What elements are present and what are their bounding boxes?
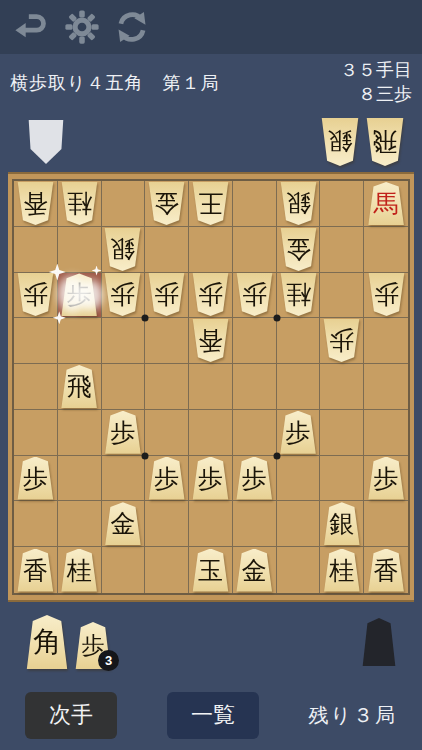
board-cell-95[interactable]: [14, 364, 58, 410]
gote-hand-piece-銀[interactable]: 銀: [321, 118, 359, 166]
board-cell-65[interactable]: [145, 364, 189, 410]
piece-sente-香: 香: [368, 549, 405, 592]
board-cell-69[interactable]: [145, 547, 189, 593]
board-cell-47[interactable]: 歩: [233, 456, 277, 502]
board-cell-33[interactable]: 桂: [277, 273, 321, 319]
board-cell-43[interactable]: 歩: [233, 273, 277, 319]
piece-sente-歩: 歩: [236, 457, 273, 500]
board-cell-94[interactable]: [14, 318, 58, 364]
move-list-button[interactable]: 一覧: [167, 692, 259, 739]
sente-hand-tray: 角歩3: [26, 615, 111, 669]
board-cell-36[interactable]: 歩: [277, 410, 321, 456]
board-cell-32[interactable]: 金: [277, 227, 321, 273]
piece-gote-金: 金: [280, 228, 317, 271]
board-cell-24[interactable]: 歩: [320, 318, 364, 364]
board-cell-52[interactable]: [189, 227, 233, 273]
piece-sente-歩: 歩: [104, 411, 141, 454]
board-grid: 香桂金王銀馬銀金歩歩歩歩歩歩桂歩香歩飛歩歩歩歩歩歩歩金銀香桂玉金桂香: [12, 179, 410, 595]
remaining-games-label: 残り３局: [309, 702, 397, 729]
board-cell-22[interactable]: [320, 227, 364, 273]
piece-gote-香: 香: [17, 182, 54, 225]
settings-gear-icon[interactable]: [62, 7, 102, 47]
board-cell-23[interactable]: [320, 273, 364, 319]
board-cell-61[interactable]: 金: [145, 181, 189, 227]
board-cell-66[interactable]: [145, 410, 189, 456]
piece-sente-香: 香: [17, 549, 54, 592]
piece-gote-歩: 歩: [17, 273, 54, 316]
sente-player-indicator: [362, 618, 396, 666]
refresh-icon[interactable]: [112, 7, 152, 47]
board-cell-82[interactable]: [58, 227, 102, 273]
board-cell-76[interactable]: 歩: [102, 410, 146, 456]
board-cell-59[interactable]: 玉: [189, 547, 233, 593]
piece-sente-歩: 歩: [368, 457, 405, 500]
gote-hand-piece-飛[interactable]: 飛: [366, 118, 404, 166]
board-cell-28[interactable]: 銀: [320, 501, 364, 547]
header: 横歩取り４五角 第１局 ３５手目 ８三歩: [0, 54, 422, 112]
board-cell-96[interactable]: [14, 410, 58, 456]
piece-gote-歩: 歩: [192, 273, 229, 316]
board-cell-73[interactable]: 歩: [102, 273, 146, 319]
piece-sente-歩: 歩: [17, 457, 54, 500]
piece-gote-歩: 歩: [368, 273, 405, 316]
board-cell-41[interactable]: [233, 181, 277, 227]
sente-area: 角歩3: [0, 602, 422, 682]
piece-gote-王: 王: [192, 182, 229, 225]
piece-sente-金: 金: [236, 549, 273, 592]
board-cell-99[interactable]: 香: [14, 547, 58, 593]
next-move-button[interactable]: 次手: [25, 692, 117, 739]
board-cell-53[interactable]: 歩: [189, 273, 233, 319]
piece-gote-金: 金: [148, 182, 185, 225]
board-cell-74[interactable]: [102, 318, 146, 364]
last-move-label: ８三歩: [340, 83, 412, 107]
board-cell-85[interactable]: 飛: [58, 364, 102, 410]
board-cell-46[interactable]: [233, 410, 277, 456]
board-cell-67[interactable]: 歩: [145, 456, 189, 502]
board-cell-64[interactable]: [145, 318, 189, 364]
board-cell-11[interactable]: 馬: [364, 181, 408, 227]
board-cell-48[interactable]: [233, 501, 277, 547]
piece-sente-玉: 玉: [192, 549, 229, 592]
piece-sente-銀: 銀: [323, 502, 360, 545]
board-cell-38[interactable]: [277, 501, 321, 547]
board-cell-54[interactable]: 香: [189, 318, 233, 364]
piece-gote-歩: 歩: [104, 273, 141, 316]
piece-gote-歩: 歩: [148, 273, 185, 316]
piece-sente-桂: 桂: [61, 549, 98, 592]
piece-gote-歩: 歩: [323, 319, 360, 362]
board-cell-49[interactable]: 金: [233, 547, 277, 593]
shogi-board: 香桂金王銀馬銀金歩歩歩歩歩歩桂歩香歩飛歩歩歩歩歩歩歩金銀香桂玉金桂香: [8, 172, 414, 602]
piece-sente-金: 金: [104, 502, 141, 545]
piece-sente-飛: 飛: [61, 365, 98, 408]
board-cell-56[interactable]: [189, 410, 233, 456]
opening-title: 横歩取り４五角 第１局: [10, 71, 219, 95]
board-cell-16[interactable]: [364, 410, 408, 456]
board-cell-71[interactable]: [102, 181, 146, 227]
undo-icon[interactable]: [12, 7, 52, 47]
board-cell-27[interactable]: [320, 456, 364, 502]
board-cell-89[interactable]: 桂: [58, 547, 102, 593]
board-cell-12[interactable]: [364, 227, 408, 273]
piece-sente-桂: 桂: [323, 549, 360, 592]
move-number-label: ３５手目: [340, 59, 412, 83]
board-cell-83[interactable]: 歩: [58, 273, 102, 319]
board-cell-34[interactable]: [277, 318, 321, 364]
board-cell-29[interactable]: 桂: [320, 547, 364, 593]
toolbar: [0, 0, 422, 54]
board-cell-84[interactable]: [58, 318, 102, 364]
footer: 次手 一覧 残り３局: [0, 682, 422, 748]
board-cell-42[interactable]: [233, 227, 277, 273]
sente-hand-piece-角[interactable]: 角: [26, 615, 68, 669]
piece-gote-桂: 桂: [280, 273, 317, 316]
board-cell-26[interactable]: [320, 410, 364, 456]
board-cell-75[interactable]: [102, 364, 146, 410]
gote-player-indicator: [28, 120, 64, 164]
piece-sente-歩: 歩: [148, 457, 185, 500]
board-cell-58[interactable]: [189, 501, 233, 547]
board-cell-25[interactable]: [320, 364, 364, 410]
piece-sente-歩: 歩: [192, 457, 229, 500]
piece-gote-桂: 桂: [61, 182, 98, 225]
board-cell-93[interactable]: 歩: [14, 273, 58, 319]
board-cell-31[interactable]: 銀: [277, 181, 321, 227]
board-cell-72[interactable]: 銀: [102, 227, 146, 273]
board-cell-51[interactable]: 王: [189, 181, 233, 227]
move-info: ３５手目 ８三歩: [340, 59, 412, 107]
board-cell-81[interactable]: 桂: [58, 181, 102, 227]
gote-area: 銀飛: [0, 112, 422, 172]
board-cell-87[interactable]: [58, 456, 102, 502]
piece-gote-香: 香: [192, 319, 229, 362]
piece-sente-歩: 歩: [61, 273, 98, 316]
board-cell-45[interactable]: [233, 364, 277, 410]
board-cell-15[interactable]: [364, 364, 408, 410]
board-cell-18[interactable]: [364, 501, 408, 547]
board-cell-79[interactable]: [102, 547, 146, 593]
board-cell-37[interactable]: [277, 456, 321, 502]
board-cell-17[interactable]: 歩: [364, 456, 408, 502]
board-cell-68[interactable]: [145, 501, 189, 547]
board-cell-86[interactable]: [58, 410, 102, 456]
board-cell-21[interactable]: [320, 181, 364, 227]
gote-hand-tray: 銀飛: [321, 118, 404, 166]
board-cell-78[interactable]: 金: [102, 501, 146, 547]
board-cell-98[interactable]: [14, 501, 58, 547]
board-cell-91[interactable]: 香: [14, 181, 58, 227]
board-cell-39[interactable]: [277, 547, 321, 593]
board-cell-88[interactable]: [58, 501, 102, 547]
piece-sente-馬: 馬: [368, 182, 405, 225]
board-cell-44[interactable]: [233, 318, 277, 364]
piece-sente-歩: 歩: [280, 411, 317, 454]
board-cell-13[interactable]: 歩: [364, 273, 408, 319]
piece-gote-銀: 銀: [280, 182, 317, 225]
board-cell-35[interactable]: [277, 364, 321, 410]
board-cell-14[interactable]: [364, 318, 408, 364]
board-cell-97[interactable]: 歩: [14, 456, 58, 502]
board-cell-19[interactable]: 香: [364, 547, 408, 593]
board-cell-57[interactable]: 歩: [189, 456, 233, 502]
piece-gote-銀: 銀: [104, 228, 141, 271]
board-cell-63[interactable]: 歩: [145, 273, 189, 319]
board-cell-55[interactable]: [189, 364, 233, 410]
board-cell-77[interactable]: [102, 456, 146, 502]
board-cell-92[interactable]: [14, 227, 58, 273]
hand-piece-count-badge: 3: [98, 650, 119, 671]
piece-gote-歩: 歩: [236, 273, 273, 316]
board-cell-62[interactable]: [145, 227, 189, 273]
